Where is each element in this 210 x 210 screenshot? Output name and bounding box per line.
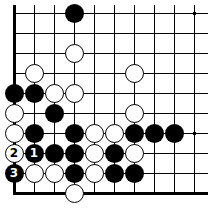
empty-intersection bbox=[24, 103, 44, 123]
black-stone-numbered: 1 bbox=[25, 144, 44, 163]
empty-intersection bbox=[44, 183, 64, 203]
black-stone bbox=[65, 164, 84, 183]
occupied-point bbox=[84, 123, 104, 143]
go-board: 213 bbox=[0, 0, 210, 210]
empty-intersection bbox=[84, 103, 104, 123]
empty-intersection bbox=[144, 83, 164, 103]
occupied-point bbox=[104, 143, 124, 163]
occupied-point bbox=[124, 103, 144, 123]
occupied-point bbox=[4, 123, 24, 143]
empty-intersection bbox=[4, 63, 24, 83]
white-stone bbox=[5, 124, 24, 143]
white-stone bbox=[125, 144, 144, 163]
white-stone bbox=[25, 164, 44, 183]
black-stone bbox=[25, 84, 44, 103]
occupied-point bbox=[64, 3, 84, 23]
empty-intersection bbox=[164, 63, 184, 83]
empty-intersection bbox=[164, 143, 184, 163]
empty-intersection bbox=[184, 3, 204, 23]
empty-intersection bbox=[164, 23, 184, 43]
empty-intersection bbox=[144, 183, 164, 203]
occupied-point: 3 bbox=[4, 163, 24, 183]
black-stone bbox=[65, 144, 84, 163]
occupied-point bbox=[144, 123, 164, 143]
empty-intersection bbox=[84, 3, 104, 23]
occupied-point bbox=[124, 163, 144, 183]
occupied-point bbox=[64, 123, 84, 143]
occupied-point bbox=[44, 143, 64, 163]
occupied-point: 1 bbox=[24, 143, 44, 163]
empty-intersection bbox=[184, 123, 204, 143]
empty-intersection bbox=[84, 183, 104, 203]
empty-intersection bbox=[104, 23, 124, 43]
empty-intersection bbox=[164, 83, 184, 103]
empty-intersection bbox=[184, 43, 204, 63]
empty-intersection bbox=[144, 143, 164, 163]
white-stone bbox=[65, 184, 84, 203]
empty-intersection bbox=[184, 163, 204, 183]
move-number-label: 2 bbox=[10, 147, 18, 159]
empty-intersection bbox=[24, 23, 44, 43]
empty-intersection bbox=[44, 123, 64, 143]
black-stone bbox=[145, 124, 164, 143]
occupied-point bbox=[44, 163, 64, 183]
empty-intersection bbox=[144, 103, 164, 123]
black-stone bbox=[105, 144, 124, 163]
empty-intersection bbox=[124, 3, 144, 23]
occupied-point bbox=[164, 123, 184, 143]
occupied-point bbox=[64, 143, 84, 163]
empty-intersection bbox=[44, 43, 64, 63]
white-stone bbox=[5, 104, 24, 123]
white-stone-numbered: 2 bbox=[5, 144, 24, 163]
occupied-point bbox=[24, 163, 44, 183]
empty-intersection bbox=[124, 183, 144, 203]
empty-intersection bbox=[164, 163, 184, 183]
empty-intersection bbox=[144, 63, 164, 83]
stones-grid: 213 bbox=[4, 3, 204, 203]
occupied-point bbox=[104, 123, 124, 143]
occupied-point bbox=[64, 43, 84, 63]
occupied-point: 2 bbox=[4, 143, 24, 163]
white-stone bbox=[65, 84, 84, 103]
white-stone bbox=[125, 64, 144, 83]
occupied-point bbox=[124, 123, 144, 143]
empty-intersection bbox=[164, 43, 184, 63]
occupied-point bbox=[44, 103, 64, 123]
white-stone bbox=[85, 124, 104, 143]
white-stone bbox=[45, 84, 64, 103]
occupied-point bbox=[4, 83, 24, 103]
black-stone bbox=[25, 124, 44, 143]
empty-intersection bbox=[104, 83, 124, 103]
empty-intersection bbox=[44, 63, 64, 83]
empty-intersection bbox=[64, 103, 84, 123]
black-stone bbox=[125, 124, 144, 143]
empty-intersection bbox=[4, 3, 24, 23]
empty-intersection bbox=[104, 63, 124, 83]
white-stone bbox=[105, 124, 124, 143]
empty-intersection bbox=[104, 183, 124, 203]
empty-intersection bbox=[84, 63, 104, 83]
black-stone bbox=[65, 124, 84, 143]
empty-intersection bbox=[124, 83, 144, 103]
occupied-point bbox=[84, 143, 104, 163]
occupied-point bbox=[64, 83, 84, 103]
empty-intersection bbox=[184, 83, 204, 103]
empty-intersection bbox=[124, 43, 144, 63]
empty-intersection bbox=[184, 23, 204, 43]
move-number-label: 1 bbox=[30, 147, 38, 159]
empty-intersection bbox=[24, 3, 44, 23]
white-stone bbox=[65, 44, 84, 63]
empty-intersection bbox=[104, 43, 124, 63]
empty-intersection bbox=[24, 43, 44, 63]
empty-intersection bbox=[184, 183, 204, 203]
empty-intersection bbox=[44, 3, 64, 23]
black-stone bbox=[45, 104, 64, 123]
black-stone bbox=[5, 84, 24, 103]
white-stone bbox=[25, 64, 44, 83]
occupied-point bbox=[4, 103, 24, 123]
occupied-point bbox=[24, 123, 44, 143]
white-stone bbox=[85, 144, 104, 163]
empty-intersection bbox=[144, 23, 164, 43]
empty-intersection bbox=[4, 43, 24, 63]
occupied-point bbox=[124, 143, 144, 163]
empty-intersection bbox=[104, 3, 124, 23]
empty-intersection bbox=[64, 23, 84, 43]
black-stone bbox=[45, 144, 64, 163]
empty-intersection bbox=[124, 23, 144, 43]
empty-intersection bbox=[4, 23, 24, 43]
occupied-point bbox=[44, 83, 64, 103]
empty-intersection bbox=[24, 183, 44, 203]
empty-intersection bbox=[44, 23, 64, 43]
black-stone bbox=[165, 124, 184, 143]
occupied-point bbox=[24, 63, 44, 83]
occupied-point bbox=[124, 63, 144, 83]
empty-intersection bbox=[64, 63, 84, 83]
empty-intersection bbox=[84, 83, 104, 103]
empty-intersection bbox=[144, 163, 164, 183]
empty-intersection bbox=[164, 103, 184, 123]
black-stone bbox=[65, 4, 84, 23]
empty-intersection bbox=[144, 43, 164, 63]
occupied-point bbox=[64, 183, 84, 203]
occupied-point bbox=[84, 163, 104, 183]
occupied-point bbox=[24, 83, 44, 103]
empty-intersection bbox=[164, 183, 184, 203]
occupied-point bbox=[64, 163, 84, 183]
empty-intersection bbox=[104, 103, 124, 123]
black-stone bbox=[125, 164, 144, 183]
move-number-label: 3 bbox=[10, 167, 18, 179]
black-stone bbox=[105, 164, 124, 183]
empty-intersection bbox=[184, 103, 204, 123]
empty-intersection bbox=[184, 143, 204, 163]
white-stone bbox=[125, 104, 144, 123]
empty-intersection bbox=[84, 23, 104, 43]
empty-intersection bbox=[164, 3, 184, 23]
empty-intersection bbox=[144, 3, 164, 23]
empty-intersection bbox=[4, 183, 24, 203]
empty-intersection bbox=[184, 63, 204, 83]
black-stone-numbered: 3 bbox=[5, 164, 24, 183]
white-stone bbox=[85, 164, 104, 183]
white-stone bbox=[45, 164, 64, 183]
empty-intersection bbox=[84, 43, 104, 63]
occupied-point bbox=[104, 163, 124, 183]
